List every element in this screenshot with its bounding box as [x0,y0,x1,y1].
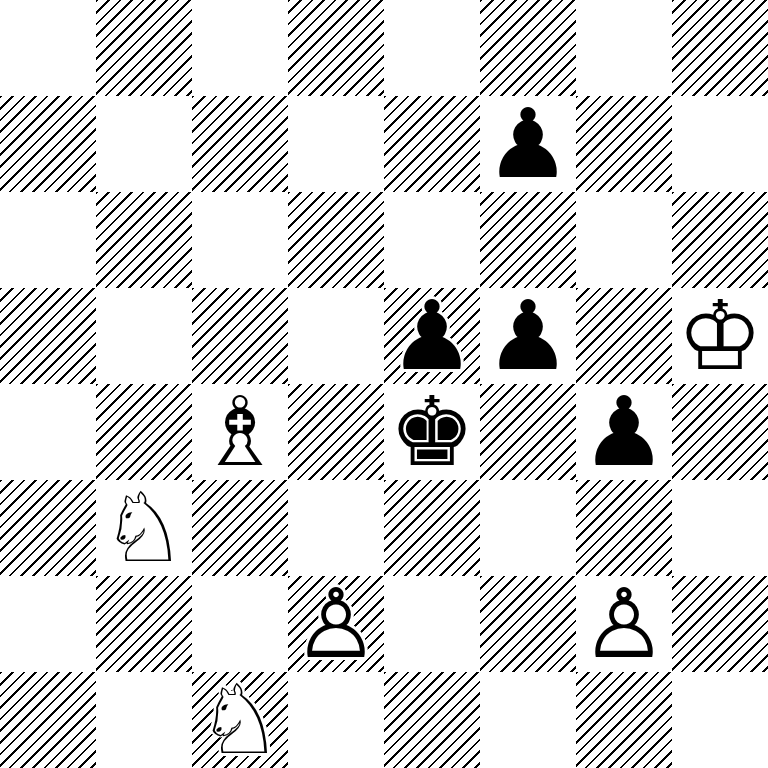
square-a5[interactable] [0,288,96,384]
black-pawn-halo: ♟ [384,288,480,384]
square-a8[interactable] [0,0,96,96]
square-f8[interactable] [480,0,576,96]
square-a3[interactable] [0,480,96,576]
square-c1[interactable]: ♞♘ [192,672,288,768]
white-king-halo: ♚ [672,288,768,384]
square-d5[interactable] [288,288,384,384]
black-king: ♚ [384,384,480,480]
white-pawn: ♙ [288,576,384,672]
square-d6[interactable] [288,192,384,288]
white-bishop: ♗ [192,384,288,480]
square-f5[interactable]: ♟♟ [480,288,576,384]
square-b6[interactable] [96,192,192,288]
square-b3[interactable]: ♞♘ [96,480,192,576]
square-d8[interactable] [288,0,384,96]
square-g2[interactable]: ♟♙ [576,576,672,672]
square-e6[interactable] [384,192,480,288]
square-e3[interactable] [384,480,480,576]
square-f2[interactable] [480,576,576,672]
white-pawn-halo: ♟ [576,576,672,672]
square-a4[interactable] [0,384,96,480]
square-d4[interactable] [288,384,384,480]
square-g7[interactable] [576,96,672,192]
square-h4[interactable] [672,384,768,480]
square-e2[interactable] [384,576,480,672]
black-pawn: ♟ [576,384,672,480]
square-b7[interactable] [96,96,192,192]
square-f3[interactable] [480,480,576,576]
square-e7[interactable] [384,96,480,192]
square-h5[interactable]: ♚♔ [672,288,768,384]
white-pawn-halo: ♟ [288,576,384,672]
black-king-halo: ♚ [384,384,480,480]
square-a6[interactable] [0,192,96,288]
white-knight: ♘ [96,480,192,576]
black-pawn-halo: ♟ [480,96,576,192]
square-h3[interactable] [672,480,768,576]
square-d7[interactable] [288,96,384,192]
white-king: ♔ [672,288,768,384]
square-b2[interactable] [96,576,192,672]
black-pawn: ♟ [480,288,576,384]
square-e1[interactable] [384,672,480,768]
black-pawn-halo: ♟ [480,288,576,384]
square-b5[interactable] [96,288,192,384]
square-a1[interactable] [0,672,96,768]
square-c8[interactable] [192,0,288,96]
square-f1[interactable] [480,672,576,768]
square-a2[interactable] [0,576,96,672]
square-h8[interactable] [672,0,768,96]
square-e4[interactable]: ♚♚ [384,384,480,480]
square-c4[interactable]: ♝♗ [192,384,288,480]
square-g6[interactable] [576,192,672,288]
square-a7[interactable] [0,96,96,192]
square-d2[interactable]: ♟♙ [288,576,384,672]
square-b8[interactable] [96,0,192,96]
white-pawn: ♙ [576,576,672,672]
square-g4[interactable]: ♟♟ [576,384,672,480]
square-f4[interactable] [480,384,576,480]
white-knight: ♘ [192,672,288,768]
square-d3[interactable] [288,480,384,576]
square-e8[interactable] [384,0,480,96]
square-f7[interactable]: ♟♟ [480,96,576,192]
square-h7[interactable] [672,96,768,192]
square-e5[interactable]: ♟♟ [384,288,480,384]
white-knight-halo: ♞ [96,480,192,576]
square-g5[interactable] [576,288,672,384]
square-c7[interactable] [192,96,288,192]
chessboard: ♟♟♟♟♟♟♚♔♝♗♚♚♟♟♞♘♟♙♟♙♞♘ [0,0,768,768]
square-h1[interactable] [672,672,768,768]
black-pawn: ♟ [480,96,576,192]
white-bishop-halo: ♝ [192,384,288,480]
square-h6[interactable] [672,192,768,288]
square-b1[interactable] [96,672,192,768]
white-knight-halo: ♞ [192,672,288,768]
square-f6[interactable] [480,192,576,288]
square-g1[interactable] [576,672,672,768]
square-h2[interactable] [672,576,768,672]
square-c3[interactable] [192,480,288,576]
black-pawn: ♟ [384,288,480,384]
square-c6[interactable] [192,192,288,288]
square-c2[interactable] [192,576,288,672]
black-pawn-halo: ♟ [576,384,672,480]
square-d1[interactable] [288,672,384,768]
square-g3[interactable] [576,480,672,576]
square-b4[interactable] [96,384,192,480]
square-c5[interactable] [192,288,288,384]
square-g8[interactable] [576,0,672,96]
